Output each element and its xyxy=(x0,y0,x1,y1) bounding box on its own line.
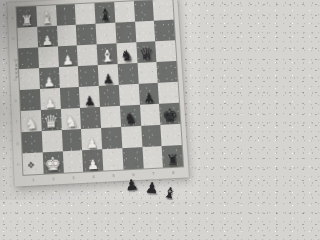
captured-black-pawn[interactable]: ♟ xyxy=(144,181,158,197)
captured-black-bishop[interactable]: ♝ xyxy=(162,185,178,200)
carpet-background: { "game": "chess", "scene": "overhead gr… xyxy=(0,0,200,200)
captured-pieces-area: ♟♟♝ xyxy=(0,0,200,200)
captured-black-pawn[interactable]: ♟ xyxy=(124,177,139,193)
